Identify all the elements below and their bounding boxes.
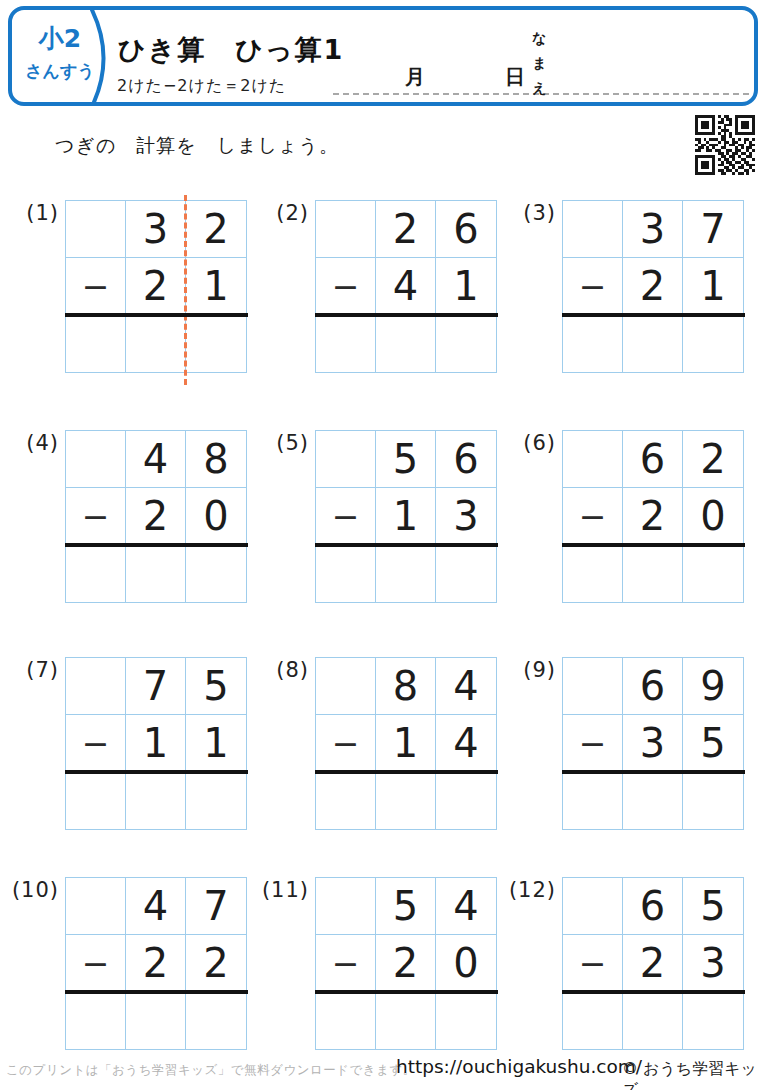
answer-hundreds-cell [316, 992, 376, 1049]
minus-sign: − [316, 935, 376, 992]
equals-bar [315, 543, 498, 547]
minus-sign: − [66, 488, 126, 545]
problem-number: (9) [506, 658, 556, 682]
problems-area: (1)32−21(2)26−41(3)37−21(4)48−20(5)56−13… [0, 0, 768, 1090]
minuend-tens-cell: 6 [623, 658, 683, 715]
answer-tens-cell [126, 772, 186, 829]
problem-12: (12)65−23 [562, 877, 744, 1050]
minus-sign: − [563, 488, 623, 545]
problem-7: (7)75−11 [65, 657, 247, 830]
minuend-tens-cell: 3 [126, 201, 186, 258]
minuend-ones-cell: 8 [186, 431, 246, 488]
answer-ones-cell [186, 992, 246, 1049]
minuend-ones-cell: 7 [186, 878, 246, 935]
subtrahend-tens-cell: 4 [376, 258, 436, 315]
problem-8: (8)84−14 [315, 657, 497, 830]
blank-cell [316, 658, 376, 715]
subtraction-grid: 75−11 [65, 657, 247, 830]
subtrahend-tens-cell: 1 [376, 715, 436, 772]
answer-ones-cell [683, 545, 743, 602]
subtrahend-ones-cell: 3 [436, 488, 496, 545]
minuend-tens-cell: 2 [376, 201, 436, 258]
equals-bar [562, 313, 745, 317]
minuend-tens-cell: 7 [126, 658, 186, 715]
answer-hundreds-cell [316, 315, 376, 372]
equals-bar [65, 313, 248, 317]
worksheet-page: 小2 さんすう ひき算 ひっ算1 2けた−2けた＝2けた 月 日 なまえ つぎの… [0, 0, 768, 1090]
answer-tens-cell [376, 545, 436, 602]
answer-hundreds-cell [563, 992, 623, 1049]
minuend-ones-cell: 2 [186, 201, 246, 258]
subtraction-grid: 65−23 [562, 877, 744, 1050]
problem-2: (2)26−41 [315, 200, 497, 373]
subtraction-grid: 54−20 [315, 877, 497, 1050]
problem-number: (3) [506, 201, 556, 225]
minuend-ones-cell: 5 [683, 878, 743, 935]
problem-number: (7) [9, 658, 59, 682]
subtrahend-tens-cell: 2 [126, 258, 186, 315]
answer-ones-cell [436, 992, 496, 1049]
minuend-ones-cell: 9 [683, 658, 743, 715]
subtraction-grid: 48−20 [65, 430, 247, 603]
blank-cell [66, 878, 126, 935]
minuend-tens-cell: 3 [623, 201, 683, 258]
answer-hundreds-cell [316, 772, 376, 829]
blank-cell [563, 878, 623, 935]
answer-tens-cell [623, 992, 683, 1049]
answer-ones-cell [436, 545, 496, 602]
problem-10: (10)47−22 [65, 877, 247, 1050]
subtrahend-ones-cell: 1 [683, 258, 743, 315]
answer-tens-cell [376, 315, 436, 372]
problem-number: (4) [9, 431, 59, 455]
subtrahend-tens-cell: 2 [126, 488, 186, 545]
subtrahend-ones-cell: 1 [436, 258, 496, 315]
subtraction-grid: 47−22 [65, 877, 247, 1050]
blank-cell [66, 431, 126, 488]
minus-sign: − [66, 258, 126, 315]
subtrahend-tens-cell: 2 [623, 488, 683, 545]
subtrahend-ones-cell: 1 [186, 715, 246, 772]
answer-hundreds-cell [66, 545, 126, 602]
answer-tens-cell [126, 315, 186, 372]
equals-bar [562, 990, 745, 994]
answer-tens-cell [126, 992, 186, 1049]
problem-1: (1)32−21 [65, 200, 247, 373]
equals-bar [65, 990, 248, 994]
answer-hundreds-cell [563, 772, 623, 829]
answer-hundreds-cell [66, 315, 126, 372]
problem-3: (3)37−21 [562, 200, 744, 373]
minus-sign: − [66, 935, 126, 992]
minus-sign: − [563, 935, 623, 992]
problem-9: (9)69−35 [562, 657, 744, 830]
equals-bar [315, 313, 498, 317]
subtrahend-tens-cell: 1 [126, 715, 186, 772]
problem-number: (12) [506, 878, 556, 902]
problem-number: (11) [259, 878, 309, 902]
answer-tens-cell [623, 315, 683, 372]
minuend-ones-cell: 7 [683, 201, 743, 258]
minuend-ones-cell: 5 [186, 658, 246, 715]
minuend-ones-cell: 4 [436, 658, 496, 715]
subtrahend-ones-cell: 5 [683, 715, 743, 772]
problem-number: (8) [259, 658, 309, 682]
subtrahend-tens-cell: 2 [376, 935, 436, 992]
minuend-tens-cell: 5 [376, 878, 436, 935]
answer-hundreds-cell [563, 315, 623, 372]
answer-ones-cell [186, 772, 246, 829]
answer-tens-cell [126, 545, 186, 602]
subtraction-grid: 32−21 [65, 200, 247, 373]
problem-number: (1) [9, 201, 59, 225]
minus-sign: − [563, 715, 623, 772]
answer-tens-cell [623, 545, 683, 602]
equals-bar [315, 770, 498, 774]
footer-url: https://ouchigakushu.com/ [396, 1056, 642, 1077]
minuend-tens-cell: 8 [376, 658, 436, 715]
subtrahend-tens-cell: 3 [623, 715, 683, 772]
problem-number: (10) [9, 878, 59, 902]
blank-cell [66, 658, 126, 715]
subtrahend-ones-cell: 0 [683, 488, 743, 545]
minuend-tens-cell: 4 [126, 431, 186, 488]
minus-sign: − [66, 715, 126, 772]
problem-4: (4)48−20 [65, 430, 247, 603]
subtraction-grid: 69−35 [562, 657, 744, 830]
equals-bar [65, 770, 248, 774]
subtrahend-ones-cell: 2 [186, 935, 246, 992]
answer-ones-cell [186, 545, 246, 602]
column-guide-line [184, 195, 187, 385]
answer-tens-cell [376, 992, 436, 1049]
answer-hundreds-cell [66, 992, 126, 1049]
subtrahend-tens-cell: 1 [376, 488, 436, 545]
subtraction-grid: 37−21 [562, 200, 744, 373]
subtrahend-tens-cell: 2 [623, 935, 683, 992]
subtraction-grid: 62−20 [562, 430, 744, 603]
answer-ones-cell [436, 315, 496, 372]
minuend-ones-cell: 2 [683, 431, 743, 488]
answer-ones-cell [683, 992, 743, 1049]
minus-sign: − [316, 715, 376, 772]
blank-cell [316, 201, 376, 258]
footer-note: このプリントは「おうち学習キッズ」で無料ダウンロードできます。 [6, 1062, 416, 1079]
answer-hundreds-cell [316, 545, 376, 602]
problem-5: (5)56−13 [315, 430, 497, 603]
equals-bar [315, 990, 498, 994]
equals-bar [562, 543, 745, 547]
subtraction-grid: 84−14 [315, 657, 497, 830]
minuend-tens-cell: 4 [126, 878, 186, 935]
blank-cell [66, 201, 126, 258]
blank-cell [316, 431, 376, 488]
subtrahend-ones-cell: 0 [186, 488, 246, 545]
answer-tens-cell [623, 772, 683, 829]
problem-number: (2) [259, 201, 309, 225]
subtrahend-ones-cell: 3 [683, 935, 743, 992]
blank-cell [563, 658, 623, 715]
answer-hundreds-cell [563, 545, 623, 602]
footer-copyright: © おうち学習キッズ [622, 1059, 768, 1090]
problem-number: (5) [259, 431, 309, 455]
answer-tens-cell [376, 772, 436, 829]
answer-ones-cell [683, 315, 743, 372]
minus-sign: − [316, 258, 376, 315]
blank-cell [563, 431, 623, 488]
problem-number: (6) [506, 431, 556, 455]
subtrahend-ones-cell: 1 [186, 258, 246, 315]
minuend-ones-cell: 6 [436, 201, 496, 258]
subtraction-grid: 26−41 [315, 200, 497, 373]
minuend-tens-cell: 6 [623, 431, 683, 488]
subtrahend-tens-cell: 2 [623, 258, 683, 315]
answer-ones-cell [683, 772, 743, 829]
equals-bar [562, 770, 745, 774]
minuend-ones-cell: 4 [436, 878, 496, 935]
answer-hundreds-cell [66, 772, 126, 829]
equals-bar [65, 543, 248, 547]
subtrahend-ones-cell: 0 [436, 935, 496, 992]
minuend-tens-cell: 6 [623, 878, 683, 935]
blank-cell [563, 201, 623, 258]
minus-sign: − [563, 258, 623, 315]
problem-6: (6)62−20 [562, 430, 744, 603]
subtrahend-ones-cell: 4 [436, 715, 496, 772]
subtrahend-tens-cell: 2 [126, 935, 186, 992]
answer-ones-cell [186, 315, 246, 372]
answer-ones-cell [436, 772, 496, 829]
minuend-ones-cell: 6 [436, 431, 496, 488]
minuend-tens-cell: 5 [376, 431, 436, 488]
blank-cell [316, 878, 376, 935]
subtraction-grid: 56−13 [315, 430, 497, 603]
minus-sign: − [316, 488, 376, 545]
problem-11: (11)54−20 [315, 877, 497, 1050]
